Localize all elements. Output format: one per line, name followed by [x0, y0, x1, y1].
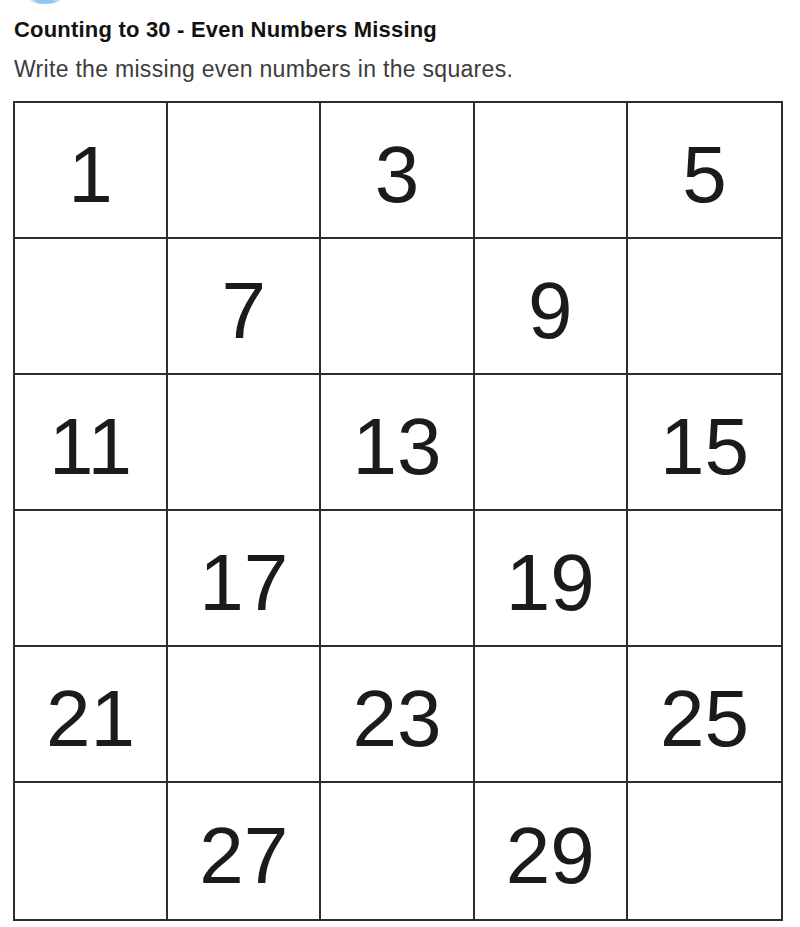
grid-cell-empty[interactable] [628, 511, 781, 647]
grid-cell-number: 21 [15, 647, 168, 783]
grid-cell-empty[interactable] [168, 375, 321, 511]
grid-cell-number: 11 [15, 375, 168, 511]
grid-cell-number: 1 [15, 103, 168, 239]
instructions-text: Write the missing even numbers in the sq… [14, 56, 513, 83]
grid-cell-number: 3 [321, 103, 474, 239]
grid-cell-number: 13 [321, 375, 474, 511]
grid-cell-number: 17 [168, 511, 321, 647]
grid-cell-number: 7 [168, 239, 321, 375]
grid-cell-empty[interactable] [15, 239, 168, 375]
worksheet-grid: 1357911131517192123252729 [13, 101, 783, 921]
grid-cell-number: 15 [628, 375, 781, 511]
partial-blue-circle-icon [27, 0, 63, 4]
grid-cell-empty[interactable] [628, 783, 781, 919]
grid-cell-empty[interactable] [168, 103, 321, 239]
grid-cell-empty[interactable] [168, 647, 321, 783]
grid-cell-empty[interactable] [475, 103, 628, 239]
grid-cell-empty[interactable] [15, 783, 168, 919]
grid-cell-number: 25 [628, 647, 781, 783]
grid-cell-number: 5 [628, 103, 781, 239]
grid-cell-number: 29 [475, 783, 628, 919]
grid-cell-number: 19 [475, 511, 628, 647]
grid-cell-empty[interactable] [15, 511, 168, 647]
page-title: Counting to 30 - Even Numbers Missing [14, 17, 437, 43]
grid-cell-empty[interactable] [475, 647, 628, 783]
grid-cell-empty[interactable] [628, 239, 781, 375]
grid-cell-empty[interactable] [321, 511, 474, 647]
grid-cell-number: 27 [168, 783, 321, 919]
grid-cell-number: 23 [321, 647, 474, 783]
grid-cell-empty[interactable] [321, 783, 474, 919]
grid-cell-empty[interactable] [475, 375, 628, 511]
grid-cell-empty[interactable] [321, 239, 474, 375]
grid-cell-number: 9 [475, 239, 628, 375]
